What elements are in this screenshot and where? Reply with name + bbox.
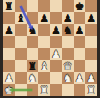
square-c7[interactable] [27, 12, 39, 24]
square-d1[interactable]: ♜ [38, 84, 50, 96]
square-b1[interactable] [15, 84, 27, 96]
square-c2[interactable]: ♞ [27, 72, 39, 84]
piece-white-queen-f3[interactable]: ♛ [63, 60, 72, 71]
piece-black-pawn-d7[interactable]: ♟ [39, 12, 48, 23]
square-e7[interactable] [50, 12, 62, 24]
square-g5[interactable] [74, 36, 86, 48]
piece-white-pawn-a2[interactable]: ♟ [4, 72, 13, 83]
square-c3[interactable]: ♜ [27, 60, 39, 72]
square-b4[interactable] [15, 48, 27, 60]
square-e3[interactable] [50, 60, 62, 72]
square-e8[interactable] [50, 0, 62, 12]
square-e5[interactable] [50, 36, 62, 48]
piece-black-pawn-a6[interactable]: ♟ [4, 24, 13, 35]
square-e2[interactable] [50, 72, 62, 84]
square-h2[interactable]: ♟ [85, 72, 97, 84]
square-a4[interactable] [3, 48, 15, 60]
square-f7[interactable]: ♟ [62, 12, 74, 24]
square-d8[interactable] [38, 0, 50, 12]
square-h1[interactable]: ♜ [85, 84, 97, 96]
square-d6[interactable] [38, 24, 50, 36]
square-c5[interactable] [27, 36, 39, 48]
square-a7[interactable] [3, 12, 15, 24]
piece-white-king-a1[interactable]: ♚ [4, 84, 13, 95]
piece-black-knight-c6[interactable]: ♞ [28, 24, 37, 35]
square-c6[interactable]: ♞ [27, 24, 39, 36]
square-g4[interactable] [74, 48, 86, 60]
square-b7[interactable]: ♝ [15, 12, 27, 24]
square-b5[interactable] [15, 36, 27, 48]
piece-white-knight-c2[interactable]: ♞ [28, 72, 37, 83]
piece-black-bishop-b7[interactable]: ♝ [16, 12, 25, 23]
square-g6[interactable]: ♟ [74, 24, 86, 36]
square-g8[interactable]: ♚ [74, 0, 86, 12]
piece-black-knight-f6[interactable]: ♞ [63, 24, 72, 35]
square-e6[interactable]: ♟ [50, 24, 62, 36]
square-h6[interactable] [85, 24, 97, 36]
square-e4[interactable]: ♟ [50, 48, 62, 60]
piece-black-rook-a8[interactable]: ♜ [4, 0, 13, 11]
square-e1[interactable] [50, 84, 62, 96]
square-a6[interactable]: ♟ [3, 24, 15, 36]
square-b2[interactable] [15, 72, 27, 84]
square-d4[interactable] [38, 48, 50, 60]
square-h3[interactable] [85, 60, 97, 72]
square-d7[interactable]: ♟ [38, 12, 50, 24]
square-h7[interactable]: ♟ [85, 12, 97, 24]
square-c8[interactable] [27, 0, 39, 12]
square-g2[interactable]: ♟ [74, 72, 86, 84]
piece-black-rook-c3[interactable]: ♜ [28, 60, 37, 71]
piece-black-king-g8[interactable]: ♚ [75, 0, 84, 11]
square-c4[interactable] [27, 48, 39, 60]
square-f3[interactable]: ♛ [62, 60, 74, 72]
square-d3[interactable]: ♝ [38, 60, 50, 72]
chess-app: { "game": "chess", "position": { "fen": … [0, 0, 100, 98]
square-h5[interactable] [85, 36, 97, 48]
piece-white-rook-h1[interactable]: ♜ [86, 84, 95, 95]
square-h4[interactable] [85, 48, 97, 60]
piece-white-rook-d1[interactable]: ♜ [39, 84, 48, 95]
square-b6[interactable] [15, 24, 27, 36]
square-b3[interactable] [15, 60, 27, 72]
square-f4[interactable] [62, 48, 74, 60]
piece-white-knight-f2[interactable]: ♞ [63, 72, 72, 83]
piece-black-pawn-f7[interactable]: ♟ [63, 12, 72, 23]
piece-white-pawn-e4[interactable]: ♟ [51, 48, 60, 59]
square-b8[interactable] [15, 0, 27, 12]
piece-black-pawn-g6[interactable]: ♟ [75, 24, 84, 35]
square-a5[interactable] [3, 36, 15, 48]
square-a8[interactable]: ♜ [3, 0, 15, 12]
square-f2[interactable]: ♞ [62, 72, 74, 84]
square-d2[interactable] [38, 72, 50, 84]
square-c1[interactable] [27, 84, 39, 96]
piece-black-pawn-e6[interactable]: ♟ [51, 24, 60, 35]
square-g3[interactable] [74, 60, 86, 72]
square-d5[interactable] [38, 36, 50, 48]
square-g1[interactable] [74, 84, 86, 96]
square-a1[interactable]: ♚ [3, 84, 15, 96]
chess-board: ♜♚♝♟♟♟♟♞♟♞♟♟♜♝♛♟♞♞♟♟♚♜♜ [3, 0, 97, 96]
piece-white-pawn-g2[interactable]: ♟ [75, 72, 84, 83]
square-g7[interactable] [74, 12, 86, 24]
piece-black-pawn-h7[interactable]: ♟ [86, 12, 95, 23]
square-f6[interactable]: ♞ [62, 24, 74, 36]
piece-white-bishop-d3[interactable]: ♝ [39, 60, 48, 71]
piece-white-pawn-h2[interactable]: ♟ [86, 72, 95, 83]
square-f1[interactable] [62, 84, 74, 96]
square-h8[interactable] [85, 0, 97, 12]
square-a2[interactable]: ♟ [3, 72, 15, 84]
square-a3[interactable] [3, 60, 15, 72]
square-f5[interactable] [62, 36, 74, 48]
square-f8[interactable] [62, 0, 74, 12]
